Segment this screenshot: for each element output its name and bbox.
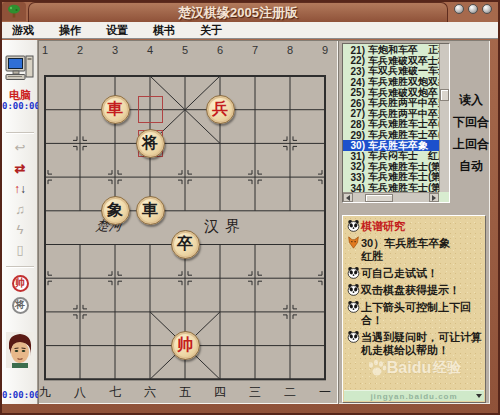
panda-icon (346, 266, 361, 279)
scroll-right-button[interactable] (429, 193, 439, 202)
command-buttons: 读入下回合上回合自动 (452, 92, 490, 180)
endgame-list-item[interactable]: 28)车兵难胜车士卒( (343, 119, 439, 130)
minimize-button[interactable] (454, 4, 464, 14)
list-horizontal-scrollbar[interactable] (343, 192, 439, 202)
panda-icon (346, 330, 361, 343)
close-button[interactable] (482, 4, 492, 14)
endgame-list-item[interactable]: 22)车兵难破双卒士相 (343, 56, 439, 67)
endgame-list-item[interactable]: 27)车兵胜两平中卒坚 (343, 109, 439, 120)
tip-line: 当遇到疑问时，可让计算机走棋给以帮助！ (346, 331, 482, 357)
endgame-list-item[interactable]: 26)车兵胜两平中卒坚 (343, 98, 439, 109)
menu-item-设置[interactable]: 设置 (106, 23, 128, 38)
endgame-list-item[interactable]: 34)车兵难胜车士(第 (343, 183, 439, 192)
scroll-left-button[interactable] (343, 193, 353, 202)
tip-line: 30）车兵胜车卒象 红胜 (346, 237, 482, 263)
paw-icon (367, 359, 387, 377)
menu-item-操作[interactable]: 操作 (59, 23, 81, 38)
tip-line: 双击棋盘获得提示！ (346, 284, 482, 297)
piece-red-general[interactable]: 帅 (171, 331, 200, 360)
maximize-button[interactable] (468, 4, 478, 14)
title-bar: 楚汉棋缘2005注册版 (0, 0, 500, 22)
last-move-highlight (133, 93, 168, 127)
square: 兵 (203, 93, 238, 127)
tip-line: 上下箭头可控制上下回合！ (346, 301, 482, 327)
square: 車 (98, 93, 133, 127)
file-label: 3 (112, 44, 118, 56)
tip-line: 棋谱研究 (346, 220, 482, 233)
menu-bar: 游戏操作设置棋书关于 (2, 22, 498, 39)
window-title: 楚汉棋缘2005注册版 (178, 4, 298, 22)
endgame-list-item[interactable]: 23)车双兵难破一车士 (343, 66, 439, 77)
menu-item-游戏[interactable]: 游戏 (12, 23, 34, 38)
list-vertical-scrollbar[interactable] (439, 44, 449, 192)
xiangqi-board-grid: 車兵将象車卒帅 (28, 59, 343, 396)
file-label: 1 (42, 44, 48, 56)
endgame-list-item[interactable]: 29)车兵难胜车士卒( (343, 130, 439, 141)
tips-panel: 棋谱研究30）车兵胜车卒象 红胜可自己走试试！双击棋盘获得提示！上下箭头可控制上… (342, 215, 486, 403)
button-读入[interactable]: 读入 (452, 92, 490, 114)
endgame-list-item[interactable]: 32)车兵难胜车士(第 (343, 162, 439, 173)
endgame-list-item[interactable]: 31)车兵闷车士 红胜 (343, 151, 439, 162)
piece-black-chariot[interactable]: 車 (136, 196, 165, 225)
endgame-list-item[interactable]: 21)车炮和车卒 正和 (343, 45, 439, 56)
scrollbar-thumb[interactable] (440, 89, 449, 101)
piece-black-pawn[interactable]: 卒 (171, 230, 200, 259)
file-label: 2 (77, 44, 83, 56)
fox-icon (346, 236, 361, 249)
panda-icon (346, 300, 361, 313)
square: 卒 (168, 228, 203, 262)
button-下回合[interactable]: 下回合 (452, 114, 490, 136)
menu-item-棋书[interactable]: 棋书 (153, 23, 175, 38)
tree-icon (6, 3, 22, 20)
piece-black-elephant[interactable]: 象 (101, 196, 130, 225)
watermark-url: jingyan.baidu.com (370, 392, 457, 401)
endgame-list-item[interactable]: 24)车兵难胜双炮双象 (343, 77, 439, 88)
panda-icon (346, 283, 361, 296)
right-panel: 21)车炮和车卒 正和22)车兵难破双卒士相23)车双兵难破一车士24)车兵难胜… (338, 40, 490, 404)
panda-icon (346, 219, 361, 232)
app-logo (2, 2, 26, 21)
menu-item-关于[interactable]: 关于 (200, 23, 222, 38)
watermark-suffix: 经验 (433, 359, 461, 377)
baidu-watermark: Baidu 经验 (343, 359, 485, 377)
file-label: 9 (322, 44, 328, 56)
piece-red-chariot[interactable]: 車 (101, 95, 130, 124)
endgame-list-item[interactable]: 30)车兵胜车卒象 (343, 140, 439, 151)
button-上回合[interactable]: 上回合 (452, 136, 490, 158)
file-label: 4 (147, 44, 153, 56)
square: 帅 (168, 329, 203, 363)
scrollbar-thumb[interactable] (365, 194, 393, 202)
endgame-list-item[interactable]: 33)车兵难胜车士(第 (343, 172, 439, 183)
board-panel: 123456789 九八七六五四三二一 楚河 汉界 車兵将象車卒帅 (38, 40, 338, 404)
app-window: 楚汉棋缘2005注册版 游戏操作设置棋书关于 电脑 0:00:00 ↩ ⇄ ↑↓… (0, 0, 500, 415)
file-label: 6 (217, 44, 223, 56)
strip-arrow-icon[interactable] (476, 394, 482, 398)
file-label: 7 (252, 44, 258, 56)
endgame-listbox[interactable]: 21)车炮和车卒 正和22)车兵难破双卒士相23)车双兵难破一车士24)车兵难胜… (342, 43, 450, 203)
square: 象 (98, 194, 133, 228)
button-自动[interactable]: 自动 (452, 158, 490, 180)
tips-bottom-strip[interactable]: jingyan.baidu.com (344, 390, 484, 401)
file-label: 8 (287, 44, 293, 56)
piece-red-pawn[interactable]: 兵 (206, 95, 235, 124)
watermark-brand: Baidu (387, 359, 431, 377)
endgame-list-item[interactable]: 25)车兵难破双炮卒 (343, 87, 439, 98)
piece-black-general[interactable]: 将 (136, 129, 165, 158)
square: 将 (133, 127, 168, 161)
title-tab: 楚汉棋缘2005注册版 (28, 2, 448, 22)
tip-line: 可自己走试试！ (346, 267, 482, 280)
file-label: 5 (182, 44, 188, 56)
square: 車 (133, 194, 168, 228)
